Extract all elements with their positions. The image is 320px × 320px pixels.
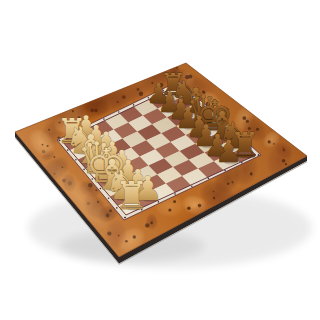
piece-black-p-h7: ♟: [215, 133, 243, 169]
piece-white-r-h1: ♜: [114, 173, 149, 218]
product-photo: ♜♞♟♝♟♛♟♚♟♝♟♞♟♟♜♟♟♜♟♟♞♟♝♟♛♟♚♟♝♟♞♜: [0, 0, 320, 320]
chess-set-photo: ♜♞♟♝♟♛♟♚♟♝♟♞♟♟♜♟♟♜♟♟♞♟♝♟♛♟♚♟♝♟♞♜: [0, 0, 320, 320]
